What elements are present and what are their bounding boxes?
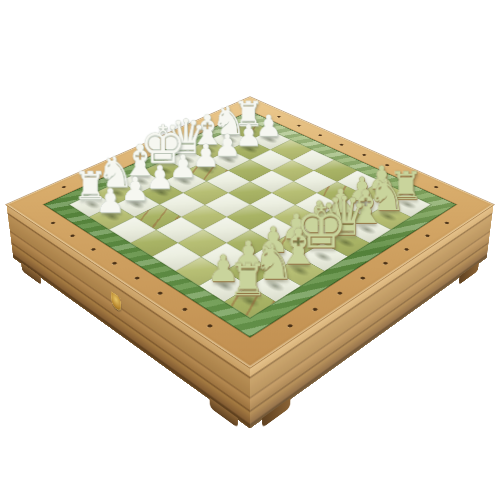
brass-pin-icon xyxy=(287,324,294,328)
brass-pin-icon xyxy=(317,134,322,136)
brass-pin-icon xyxy=(444,221,450,224)
brass-pin-icon xyxy=(361,154,366,157)
brass-pin-icon xyxy=(360,276,366,280)
square-d4[interactable] xyxy=(228,181,272,204)
scene-3d: ♜♟♟♜♞♟♟♞♝♟♟♝♛♟♟♛♚♟♟♚♝♟♟♝♞♟♟♞♜♟♟♜ xyxy=(0,0,500,500)
brass-pin-icon xyxy=(207,324,214,328)
brass-pin-icon xyxy=(312,307,319,311)
brass-pin-icon xyxy=(134,276,140,280)
brass-pin-icon xyxy=(157,291,164,295)
brass-pin-icon xyxy=(181,307,188,311)
brass-pin-icon xyxy=(90,248,96,251)
brass-pin-icon xyxy=(382,262,388,266)
brass-pin-icon xyxy=(50,221,56,224)
brass-pin-icon xyxy=(70,234,76,237)
brass-pin-icon xyxy=(404,248,410,251)
box-top-face: ♜♟♟♜♞♟♟♞♝♟♟♝♛♟♟♛♚♟♟♚♝♟♟♝♞♟♟♞♜♟♟♜ xyxy=(6,97,493,368)
piece-white-pawn[interactable]: ♟ xyxy=(78,184,142,217)
piece-green-rook[interactable]: ♜ xyxy=(212,258,285,302)
brass-pin-icon xyxy=(424,234,430,237)
brass-pin-icon xyxy=(112,262,118,266)
brass-pin-icon xyxy=(339,144,344,147)
brass-pin-icon xyxy=(297,125,302,127)
brass-pin-icon xyxy=(336,291,343,295)
product-photo-stage: Overhead-angle product photo of a stone … xyxy=(0,0,500,500)
